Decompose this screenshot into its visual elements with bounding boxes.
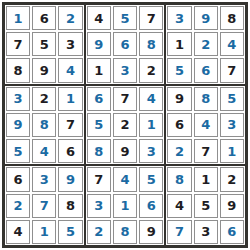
cell-r1c2[interactable]: 6 (32, 6, 56, 30)
cell-r2c4[interactable]: 9 (87, 32, 111, 56)
cell-r4c8[interactable]: 8 (194, 87, 218, 111)
cell-r7c3[interactable]: 9 (58, 167, 82, 191)
cell-r2c7[interactable]: 1 (167, 32, 191, 56)
cell-r4c6[interactable]: 4 (139, 87, 163, 111)
cell-r9c7[interactable]: 7 (167, 220, 191, 244)
cell-r2c6[interactable]: 8 (139, 32, 163, 56)
sudoku-board: 1627538944579681323981245673219875466745… (2, 2, 248, 248)
cell-r4c1[interactable]: 3 (6, 87, 30, 111)
cell-r1c7[interactable]: 3 (167, 6, 191, 30)
box-6: 985643271 (165, 85, 246, 166)
cell-r1c5[interactable]: 5 (113, 6, 137, 30)
cell-r3c2[interactable]: 9 (32, 58, 56, 82)
box-7: 639278415 (4, 165, 85, 246)
cell-r9c9[interactable]: 6 (220, 220, 244, 244)
cell-r9c2[interactable]: 1 (32, 220, 56, 244)
cell-r9c5[interactable]: 8 (113, 220, 137, 244)
cell-r8c3[interactable]: 8 (58, 194, 82, 218)
cell-r5c7[interactable]: 6 (167, 113, 191, 137)
cell-r9c3[interactable]: 5 (58, 220, 82, 244)
cell-r3c8[interactable]: 6 (194, 58, 218, 82)
cell-r4c3[interactable]: 1 (58, 87, 82, 111)
cell-r2c2[interactable]: 5 (32, 32, 56, 56)
box-3: 398124567 (165, 4, 246, 85)
cell-r3c6[interactable]: 2 (139, 58, 163, 82)
cell-r3c4[interactable]: 1 (87, 58, 111, 82)
cell-r4c4[interactable]: 6 (87, 87, 111, 111)
cell-r8c1[interactable]: 2 (6, 194, 30, 218)
cell-r5c9[interactable]: 3 (220, 113, 244, 137)
cell-r8c9[interactable]: 9 (220, 194, 244, 218)
sudoku-page: 1627538944579681323981245673219875466745… (0, 0, 250, 250)
cell-r8c5[interactable]: 1 (113, 194, 137, 218)
box-1: 162753894 (4, 4, 85, 85)
cell-r2c8[interactable]: 2 (194, 32, 218, 56)
cell-r9c6[interactable]: 9 (139, 220, 163, 244)
cell-r1c8[interactable]: 9 (194, 6, 218, 30)
cell-r9c1[interactable]: 4 (6, 220, 30, 244)
cell-r7c2[interactable]: 3 (32, 167, 56, 191)
cell-r6c1[interactable]: 5 (6, 139, 30, 163)
cell-r2c9[interactable]: 4 (220, 32, 244, 56)
cell-r6c6[interactable]: 3 (139, 139, 163, 163)
cell-r3c5[interactable]: 3 (113, 58, 137, 82)
cell-r2c5[interactable]: 6 (113, 32, 137, 56)
cell-r7c1[interactable]: 6 (6, 167, 30, 191)
cell-r6c5[interactable]: 9 (113, 139, 137, 163)
cell-r5c5[interactable]: 2 (113, 113, 137, 137)
cell-r3c1[interactable]: 8 (6, 58, 30, 82)
cell-r3c7[interactable]: 5 (167, 58, 191, 82)
box-4: 321987546 (4, 85, 85, 166)
cell-r8c2[interactable]: 7 (32, 194, 56, 218)
cell-r5c3[interactable]: 7 (58, 113, 82, 137)
box-8: 745316289 (85, 165, 166, 246)
cell-r9c8[interactable]: 3 (194, 220, 218, 244)
cell-r1c3[interactable]: 2 (58, 6, 82, 30)
cell-r6c4[interactable]: 8 (87, 139, 111, 163)
cell-r9c4[interactable]: 2 (87, 220, 111, 244)
cell-r6c8[interactable]: 7 (194, 139, 218, 163)
cell-r8c4[interactable]: 3 (87, 194, 111, 218)
cell-r8c7[interactable]: 4 (167, 194, 191, 218)
cell-r3c9[interactable]: 7 (220, 58, 244, 82)
cell-r2c1[interactable]: 7 (6, 32, 30, 56)
cell-r7c8[interactable]: 1 (194, 167, 218, 191)
cell-r5c1[interactable]: 9 (6, 113, 30, 137)
cell-r7c5[interactable]: 4 (113, 167, 137, 191)
cell-r3c3[interactable]: 4 (58, 58, 82, 82)
cell-r6c7[interactable]: 2 (167, 139, 191, 163)
cell-r6c2[interactable]: 4 (32, 139, 56, 163)
box-5: 674521893 (85, 85, 166, 166)
cell-r7c4[interactable]: 7 (87, 167, 111, 191)
cell-r5c8[interactable]: 4 (194, 113, 218, 137)
cell-r8c8[interactable]: 5 (194, 194, 218, 218)
cell-r5c2[interactable]: 8 (32, 113, 56, 137)
cell-r7c7[interactable]: 8 (167, 167, 191, 191)
cell-r4c5[interactable]: 7 (113, 87, 137, 111)
box-2: 457968132 (85, 4, 166, 85)
cell-r1c6[interactable]: 7 (139, 6, 163, 30)
cell-r5c4[interactable]: 5 (87, 113, 111, 137)
cell-r1c1[interactable]: 1 (6, 6, 30, 30)
cell-r4c9[interactable]: 5 (220, 87, 244, 111)
cell-r1c4[interactable]: 4 (87, 6, 111, 30)
cell-r6c9[interactable]: 1 (220, 139, 244, 163)
cell-r8c6[interactable]: 6 (139, 194, 163, 218)
box-9: 812459736 (165, 165, 246, 246)
cell-r7c9[interactable]: 2 (220, 167, 244, 191)
cell-r2c3[interactable]: 3 (58, 32, 82, 56)
cell-r4c7[interactable]: 9 (167, 87, 191, 111)
cell-r7c6[interactable]: 5 (139, 167, 163, 191)
cell-r1c9[interactable]: 8 (220, 6, 244, 30)
cell-r5c6[interactable]: 1 (139, 113, 163, 137)
cell-r6c3[interactable]: 6 (58, 139, 82, 163)
cell-r4c2[interactable]: 2 (32, 87, 56, 111)
